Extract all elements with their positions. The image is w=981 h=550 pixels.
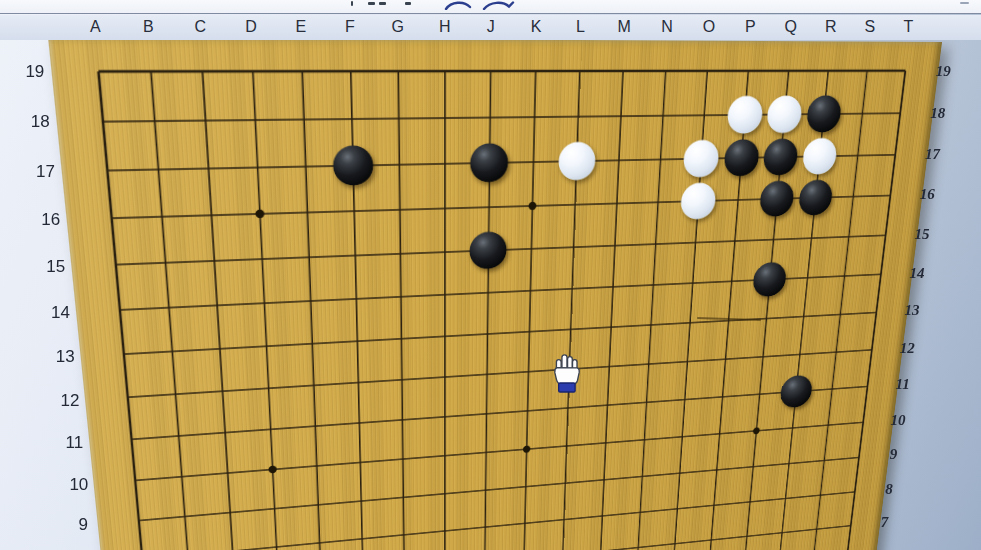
row-label-right-15: 15 bbox=[915, 225, 930, 242]
cropped-tick-marks-fragment bbox=[351, 1, 353, 6]
curved-arrow-icon[interactable] bbox=[443, 0, 515, 10]
column-label-F: F bbox=[345, 18, 355, 36]
row-label-right-14: 14 bbox=[910, 264, 925, 281]
row-label-left-18: 18 bbox=[31, 112, 50, 132]
toolbar-strip bbox=[0, 0, 981, 14]
star-point-K10 bbox=[523, 445, 531, 453]
row-label-left-15: 15 bbox=[46, 257, 65, 277]
row-label-left-19: 19 bbox=[25, 62, 44, 82]
cropped-tick-marks-fragment bbox=[368, 2, 375, 5]
row-label-left-9: 9 bbox=[78, 515, 87, 535]
star-point-D16 bbox=[255, 209, 264, 218]
row-label-right-8: 8 bbox=[885, 480, 893, 497]
row-label-left-10: 10 bbox=[69, 475, 88, 495]
column-label-G: G bbox=[391, 18, 404, 36]
row-label-right-12: 12 bbox=[900, 339, 915, 356]
row-label-right-10: 10 bbox=[890, 411, 905, 428]
row-label-left-14: 14 bbox=[51, 303, 70, 323]
row-label-left-12: 12 bbox=[60, 391, 79, 411]
column-label-Q: Q bbox=[785, 18, 798, 36]
column-label-A: A bbox=[90, 18, 101, 36]
cropped-tick-marks-fragment bbox=[405, 2, 411, 5]
column-label-O: O bbox=[703, 18, 716, 36]
column-label-M: M bbox=[617, 18, 631, 36]
star-point-D10 bbox=[268, 465, 277, 473]
screen-photo: { "game": "go", "board_size": 19, "colum… bbox=[0, 0, 981, 550]
row-label-right-17: 17 bbox=[925, 146, 940, 163]
row-label-right-9: 9 bbox=[890, 446, 898, 463]
column-label-R: R bbox=[825, 18, 837, 36]
go-board[interactable] bbox=[48, 37, 942, 550]
star-point-Q10 bbox=[753, 427, 760, 434]
cursor-hand-icon bbox=[552, 349, 582, 394]
column-label-B: B bbox=[143, 18, 154, 36]
column-label-S: S bbox=[864, 18, 875, 36]
column-label-P: P bbox=[745, 18, 756, 36]
row-label-left-11: 11 bbox=[66, 433, 84, 453]
column-label-C: C bbox=[194, 18, 206, 36]
row-label-right-11: 11 bbox=[895, 375, 909, 392]
column-label-K: K bbox=[531, 18, 542, 36]
row-label-right-18: 18 bbox=[930, 104, 945, 121]
column-label-J: J bbox=[487, 18, 496, 36]
row-label-left-13: 13 bbox=[56, 347, 75, 367]
row-label-left-17: 17 bbox=[36, 162, 55, 182]
column-label-D: D bbox=[245, 18, 257, 36]
row-label-left-16: 16 bbox=[41, 210, 60, 230]
column-label-H: H bbox=[439, 18, 451, 36]
column-label-N: N bbox=[661, 18, 673, 36]
column-label-band: ABCDEFGHJKLMNOPQRST bbox=[0, 15, 981, 40]
row-label-right-16: 16 bbox=[920, 186, 935, 203]
cropped-tick-marks-fragment bbox=[960, 2, 969, 4]
star-point-K16 bbox=[528, 202, 536, 210]
row-label-right-7: 7 bbox=[881, 514, 889, 531]
row-label-right-19: 19 bbox=[936, 62, 951, 79]
cropped-tick-marks-fragment bbox=[379, 2, 386, 5]
column-label-E: E bbox=[296, 18, 307, 36]
column-label-T: T bbox=[903, 18, 913, 36]
row-label-right-13: 13 bbox=[905, 302, 920, 319]
column-label-L: L bbox=[576, 18, 585, 36]
